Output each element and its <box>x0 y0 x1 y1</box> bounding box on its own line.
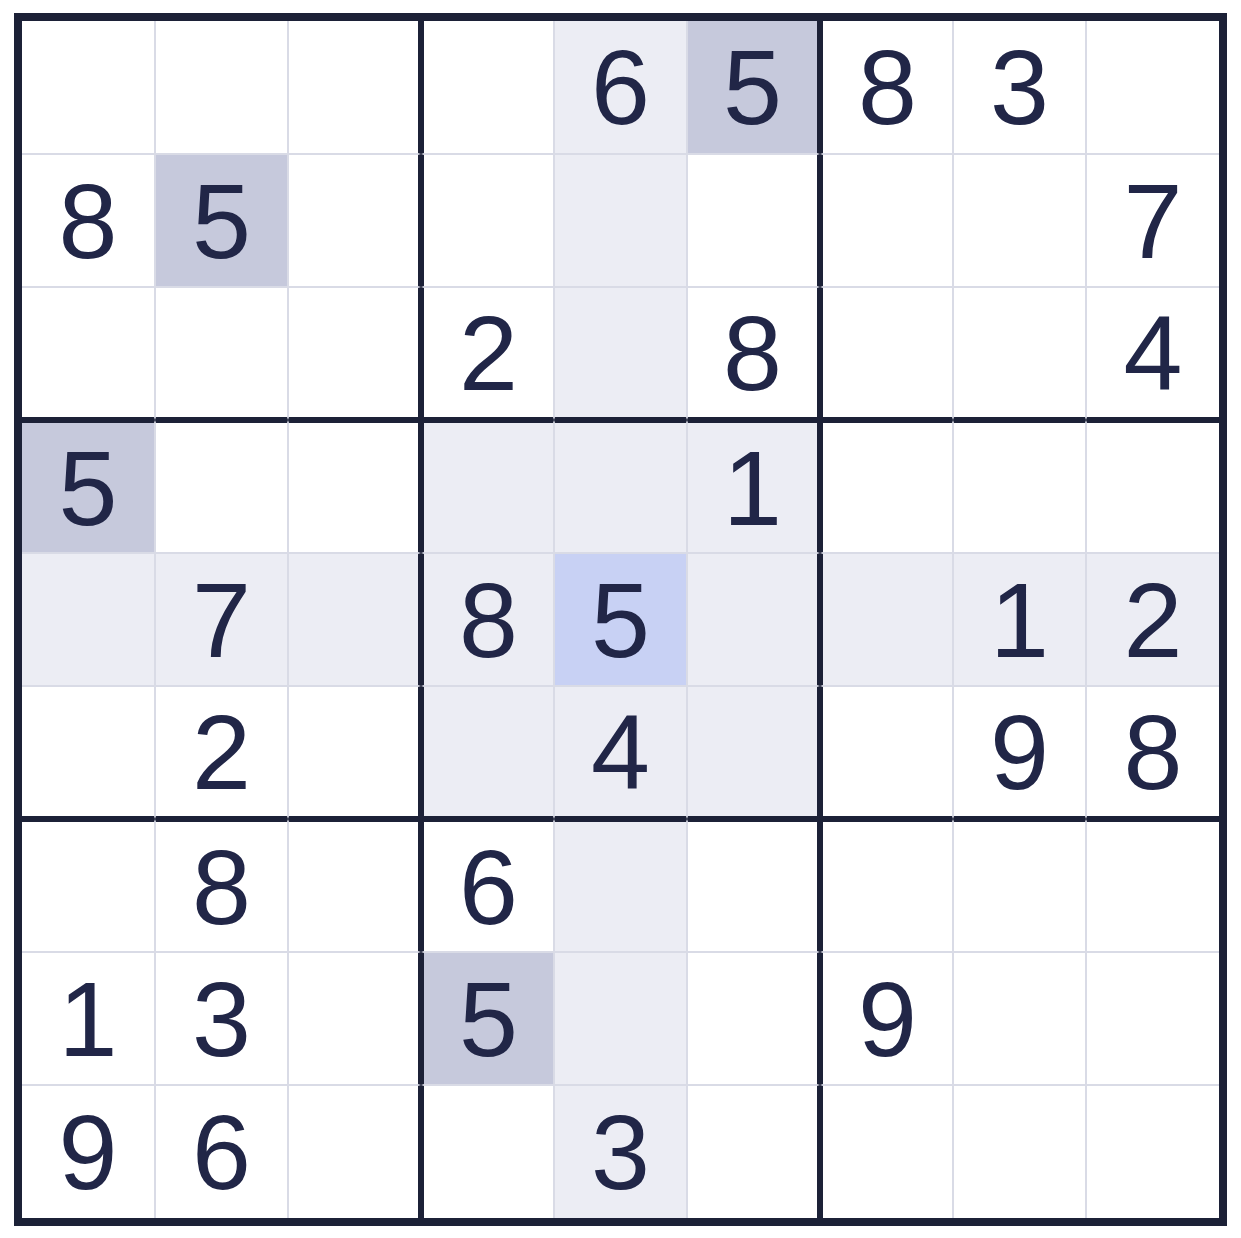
digit: 6 <box>192 1099 251 1205</box>
cell-r9c9[interactable] <box>1086 1085 1219 1218</box>
cell-r4c7[interactable] <box>820 420 953 553</box>
cell-r8c6[interactable] <box>687 952 820 1085</box>
cell-r6c2[interactable]: 2 <box>155 686 288 819</box>
digit: 9 <box>59 1099 118 1205</box>
cell-r5c7[interactable] <box>820 553 953 686</box>
cell-r4c6[interactable]: 1 <box>687 420 820 553</box>
cell-r1c5[interactable]: 6 <box>554 21 687 154</box>
cell-r7c4[interactable]: 6 <box>421 819 554 952</box>
digit: 1 <box>990 567 1049 673</box>
cell-r5c9[interactable]: 2 <box>1086 553 1219 686</box>
cell-r9c6[interactable] <box>687 1085 820 1218</box>
cell-r1c2[interactable] <box>155 21 288 154</box>
cell-r3c6[interactable]: 8 <box>687 287 820 420</box>
cell-r1c7[interactable]: 8 <box>820 21 953 154</box>
digit: 2 <box>1124 567 1183 673</box>
cell-r7c3[interactable] <box>288 819 421 952</box>
cell-r3c2[interactable] <box>155 287 288 420</box>
cell-r1c8[interactable]: 3 <box>953 21 1086 154</box>
cell-r2c7[interactable] <box>820 154 953 287</box>
cell-r3c8[interactable] <box>953 287 1086 420</box>
cell-r3c4[interactable]: 2 <box>421 287 554 420</box>
digit: 5 <box>591 567 650 673</box>
cell-r2c8[interactable] <box>953 154 1086 287</box>
digit: 8 <box>1124 699 1183 805</box>
digit: 9 <box>990 699 1049 805</box>
cell-r9c4[interactable] <box>421 1085 554 1218</box>
cell-r4c2[interactable] <box>155 420 288 553</box>
digit: 3 <box>990 34 1049 140</box>
cell-r6c6[interactable] <box>687 686 820 819</box>
cell-r6c9[interactable]: 8 <box>1086 686 1219 819</box>
digit: 6 <box>591 34 650 140</box>
cell-r7c8[interactable] <box>953 819 1086 952</box>
cell-r2c1[interactable]: 8 <box>22 154 155 287</box>
cell-r7c9[interactable] <box>1086 819 1219 952</box>
digit: 1 <box>59 966 118 1072</box>
digit: 8 <box>858 34 917 140</box>
cell-r2c2[interactable]: 5 <box>155 154 288 287</box>
digit: 5 <box>459 966 518 1072</box>
cell-r3c7[interactable] <box>820 287 953 420</box>
cell-r9c8[interactable] <box>953 1085 1086 1218</box>
digit: 8 <box>192 834 251 940</box>
sudoku-board: 658385728451785122498861359963 <box>14 13 1227 1226</box>
digit: 8 <box>59 168 118 274</box>
cell-r2c4[interactable] <box>421 154 554 287</box>
cell-r7c6[interactable] <box>687 819 820 952</box>
cell-r3c3[interactable] <box>288 287 421 420</box>
cell-r5c3[interactable] <box>288 553 421 686</box>
cell-r8c5[interactable] <box>554 952 687 1085</box>
cell-r6c3[interactable] <box>288 686 421 819</box>
cell-r7c5[interactable] <box>554 819 687 952</box>
cell-r2c6[interactable] <box>687 154 820 287</box>
cell-r4c1[interactable]: 5 <box>22 420 155 553</box>
digit: 7 <box>192 567 251 673</box>
cell-r5c5[interactable]: 5 <box>554 553 687 686</box>
cell-r1c6[interactable]: 5 <box>687 21 820 154</box>
cell-r6c4[interactable] <box>421 686 554 819</box>
cell-r2c5[interactable] <box>554 154 687 287</box>
cell-r4c4[interactable] <box>421 420 554 553</box>
digit: 4 <box>1124 300 1183 406</box>
cell-r4c3[interactable] <box>288 420 421 553</box>
digit: 8 <box>723 300 782 406</box>
cell-r9c2[interactable]: 6 <box>155 1085 288 1218</box>
cell-r7c2[interactable]: 8 <box>155 819 288 952</box>
cell-r9c7[interactable] <box>820 1085 953 1218</box>
cell-r5c4[interactable]: 8 <box>421 553 554 686</box>
cell-r5c2[interactable]: 7 <box>155 553 288 686</box>
cell-r8c9[interactable] <box>1086 952 1219 1085</box>
cell-r3c1[interactable] <box>22 287 155 420</box>
digit: 9 <box>858 966 917 1072</box>
cell-r2c9[interactable]: 7 <box>1086 154 1219 287</box>
cell-r3c5[interactable] <box>554 287 687 420</box>
cell-r6c8[interactable]: 9 <box>953 686 1086 819</box>
digit: 8 <box>459 567 518 673</box>
cell-r1c4[interactable] <box>421 21 554 154</box>
cell-r1c1[interactable] <box>22 21 155 154</box>
digit: 1 <box>723 435 782 541</box>
cell-r4c8[interactable] <box>953 420 1086 553</box>
cell-r1c9[interactable] <box>1086 21 1219 154</box>
cell-r9c5[interactable]: 3 <box>554 1085 687 1218</box>
digit: 3 <box>591 1099 650 1205</box>
cell-r5c1[interactable] <box>22 553 155 686</box>
cell-r9c3[interactable] <box>288 1085 421 1218</box>
digit: 5 <box>723 34 782 140</box>
cell-r1c3[interactable] <box>288 21 421 154</box>
cell-r6c7[interactable] <box>820 686 953 819</box>
digit: 5 <box>59 435 118 541</box>
cell-r8c8[interactable] <box>953 952 1086 1085</box>
cell-r8c7[interactable]: 9 <box>820 952 953 1085</box>
digit: 5 <box>192 168 251 274</box>
cell-r3c9[interactable]: 4 <box>1086 287 1219 420</box>
cell-r9c1[interactable]: 9 <box>22 1085 155 1218</box>
digit: 6 <box>459 834 518 940</box>
cell-r5c8[interactable]: 1 <box>953 553 1086 686</box>
digit: 2 <box>459 300 518 406</box>
cell-r8c4[interactable]: 5 <box>421 952 554 1085</box>
cell-r7c7[interactable] <box>820 819 953 952</box>
cell-r4c9[interactable] <box>1086 420 1219 553</box>
cell-r4c5[interactable] <box>554 420 687 553</box>
cell-r8c3[interactable] <box>288 952 421 1085</box>
cell-r6c5[interactable]: 4 <box>554 686 687 819</box>
cell-r7c1[interactable] <box>22 819 155 952</box>
cell-r5c6[interactable] <box>687 553 820 686</box>
cell-r6c1[interactable] <box>22 686 155 819</box>
cell-r2c3[interactable] <box>288 154 421 287</box>
digit: 4 <box>591 699 650 805</box>
cell-r8c1[interactable]: 1 <box>22 952 155 1085</box>
cell-r8c2[interactable]: 3 <box>155 952 288 1085</box>
digit: 7 <box>1124 168 1183 274</box>
digit: 3 <box>192 966 251 1072</box>
digit: 2 <box>192 699 251 805</box>
